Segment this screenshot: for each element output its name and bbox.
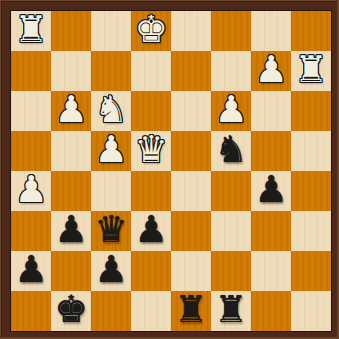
square-b7[interactable]: [51, 51, 91, 91]
white-pawn-piece[interactable]: ♟: [54, 90, 87, 130]
square-c5[interactable]: ♟: [91, 131, 131, 171]
chess-board: ♜♚♟♜♟♞♟♟♛♞♟♟♟♛♟♟♟♚♜♜: [11, 11, 331, 331]
black-rook-piece[interactable]: ♜: [214, 290, 247, 330]
square-a4[interactable]: ♟: [11, 171, 51, 211]
square-h3[interactable]: [291, 211, 331, 251]
square-h1[interactable]: [291, 291, 331, 331]
square-e1[interactable]: ♜: [171, 291, 211, 331]
white-rook-piece[interactable]: ♜: [294, 50, 327, 90]
square-b1[interactable]: ♚: [51, 291, 91, 331]
square-g4[interactable]: ♟: [251, 171, 291, 211]
square-e3[interactable]: [171, 211, 211, 251]
square-f3[interactable]: [211, 211, 251, 251]
square-g5[interactable]: [251, 131, 291, 171]
square-f4[interactable]: [211, 171, 251, 211]
black-pawn-piece[interactable]: ♟: [14, 250, 47, 290]
square-b4[interactable]: [51, 171, 91, 211]
square-c8[interactable]: [91, 11, 131, 51]
square-e7[interactable]: [171, 51, 211, 91]
square-h6[interactable]: [291, 91, 331, 131]
square-g2[interactable]: [251, 251, 291, 291]
square-d2[interactable]: [131, 251, 171, 291]
square-b2[interactable]: [51, 251, 91, 291]
black-knight-piece[interactable]: ♞: [214, 130, 247, 170]
white-rook-piece[interactable]: ♜: [14, 10, 47, 50]
square-c2[interactable]: ♟: [91, 251, 131, 291]
square-e6[interactable]: [171, 91, 211, 131]
square-d3[interactable]: ♟: [131, 211, 171, 251]
black-king-piece[interactable]: ♚: [54, 290, 87, 330]
white-queen-piece[interactable]: ♛: [134, 130, 167, 170]
square-h2[interactable]: [291, 251, 331, 291]
square-h8[interactable]: [291, 11, 331, 51]
black-queen-piece[interactable]: ♛: [94, 210, 127, 250]
white-pawn-piece[interactable]: ♟: [254, 50, 287, 90]
square-f1[interactable]: ♜: [211, 291, 251, 331]
white-pawn-piece[interactable]: ♟: [14, 170, 47, 210]
chessboard-frame: ♜♚♟♜♟♞♟♟♛♞♟♟♟♛♟♟♟♚♜♜: [0, 0, 339, 339]
square-a8[interactable]: ♜: [11, 11, 51, 51]
square-f5[interactable]: ♞: [211, 131, 251, 171]
square-a7[interactable]: [11, 51, 51, 91]
square-a3[interactable]: [11, 211, 51, 251]
square-a1[interactable]: [11, 291, 51, 331]
square-c6[interactable]: ♞: [91, 91, 131, 131]
square-a5[interactable]: [11, 131, 51, 171]
white-pawn-piece[interactable]: ♟: [94, 130, 127, 170]
black-pawn-piece[interactable]: ♟: [54, 210, 87, 250]
square-b5[interactable]: [51, 131, 91, 171]
black-rook-piece[interactable]: ♜: [174, 290, 207, 330]
square-e8[interactable]: [171, 11, 211, 51]
square-b6[interactable]: ♟: [51, 91, 91, 131]
square-f6[interactable]: ♟: [211, 91, 251, 131]
square-h7[interactable]: ♜: [291, 51, 331, 91]
square-c7[interactable]: [91, 51, 131, 91]
square-g1[interactable]: [251, 291, 291, 331]
white-knight-piece[interactable]: ♞: [94, 90, 127, 130]
square-h5[interactable]: [291, 131, 331, 171]
black-pawn-piece[interactable]: ♟: [134, 210, 167, 250]
square-e5[interactable]: [171, 131, 211, 171]
square-e2[interactable]: [171, 251, 211, 291]
square-f7[interactable]: [211, 51, 251, 91]
white-pawn-piece[interactable]: ♟: [214, 90, 247, 130]
square-d1[interactable]: [131, 291, 171, 331]
square-d6[interactable]: [131, 91, 171, 131]
square-d5[interactable]: ♛: [131, 131, 171, 171]
square-g8[interactable]: [251, 11, 291, 51]
square-b3[interactable]: ♟: [51, 211, 91, 251]
square-a2[interactable]: ♟: [11, 251, 51, 291]
square-c3[interactable]: ♛: [91, 211, 131, 251]
square-c4[interactable]: [91, 171, 131, 211]
square-d8[interactable]: ♚: [131, 11, 171, 51]
square-h4[interactable]: [291, 171, 331, 211]
square-f2[interactable]: [211, 251, 251, 291]
square-c1[interactable]: [91, 291, 131, 331]
square-g3[interactable]: [251, 211, 291, 251]
square-a6[interactable]: [11, 91, 51, 131]
square-d4[interactable]: [131, 171, 171, 211]
black-pawn-piece[interactable]: ♟: [254, 170, 287, 210]
white-king-piece[interactable]: ♚: [134, 10, 167, 50]
black-pawn-piece[interactable]: ♟: [94, 250, 127, 290]
square-f8[interactable]: [211, 11, 251, 51]
square-e4[interactable]: [171, 171, 211, 211]
square-g6[interactable]: [251, 91, 291, 131]
square-d7[interactable]: [131, 51, 171, 91]
square-g7[interactable]: ♟: [251, 51, 291, 91]
square-b8[interactable]: [51, 11, 91, 51]
